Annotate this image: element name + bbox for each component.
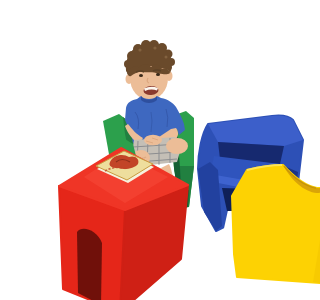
- hair-highlight: [153, 46, 156, 49]
- product-photo: Product photo: young boy with curly brow…: [40, 16, 320, 300]
- hair-highlight: [138, 48, 141, 51]
- boy-left-thigh: [166, 138, 188, 154]
- boy-right-eye: [156, 73, 160, 76]
- hair-highlight: [165, 56, 168, 59]
- scene-canvas: Product photo: young boy with curly brow…: [40, 16, 320, 300]
- red-cube-leg-opening: [77, 229, 102, 300]
- boy-left-eye: [139, 74, 143, 77]
- boy-hands: [144, 135, 162, 145]
